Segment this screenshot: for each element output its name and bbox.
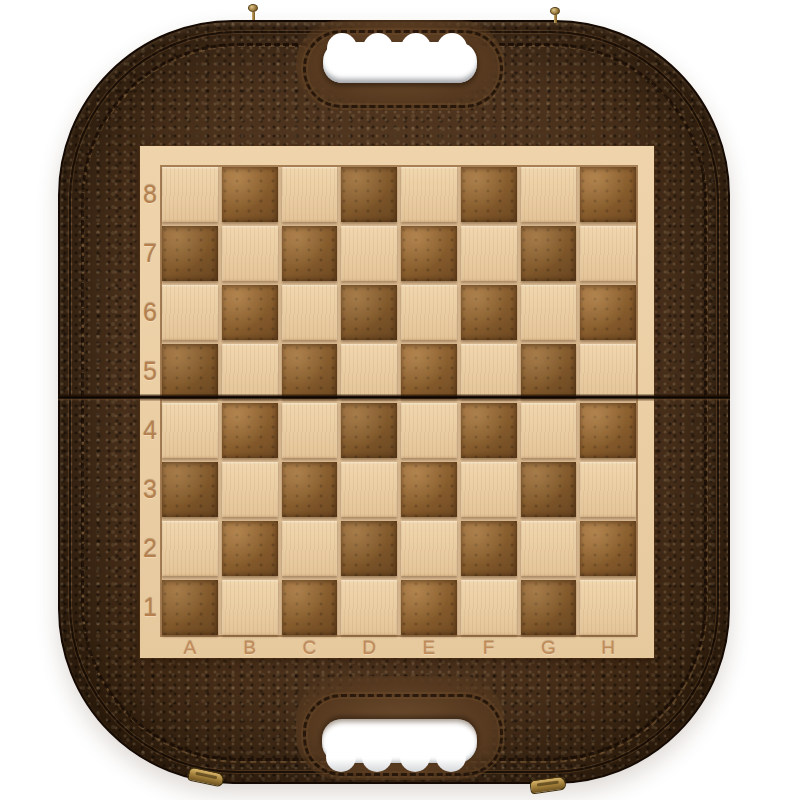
square-h2 xyxy=(580,521,636,576)
square-a5 xyxy=(162,344,218,399)
grip-scallop xyxy=(327,33,357,63)
rank-label-8: 8 xyxy=(140,165,160,224)
file-label-a: A xyxy=(160,637,220,658)
square-e2 xyxy=(401,521,457,576)
square-a4 xyxy=(162,403,218,458)
square-e6 xyxy=(401,285,457,340)
square-d1 xyxy=(341,580,397,635)
square-g8 xyxy=(521,167,577,222)
square-b4 xyxy=(222,403,278,458)
square-h3 xyxy=(580,462,636,517)
rank-label-1: 1 xyxy=(140,578,160,637)
square-e1 xyxy=(401,580,457,635)
file-label-d: D xyxy=(339,637,399,658)
file-label-g: G xyxy=(519,637,579,658)
rank-labels: 87654321 xyxy=(140,165,160,637)
square-d6 xyxy=(341,285,397,340)
square-f7 xyxy=(461,226,517,281)
square-b7 xyxy=(222,226,278,281)
hinge-pin-left xyxy=(248,4,258,12)
square-f8 xyxy=(461,167,517,222)
square-c2 xyxy=(282,521,338,576)
file-label-b: B xyxy=(220,637,280,658)
square-h8 xyxy=(580,167,636,222)
grip-scallop xyxy=(437,33,467,63)
file-label-f: F xyxy=(459,637,519,658)
file-label-c: C xyxy=(280,637,340,658)
square-d5 xyxy=(341,344,397,399)
square-a6 xyxy=(162,285,218,340)
square-b8 xyxy=(222,167,278,222)
rank-label-6: 6 xyxy=(140,283,160,342)
grip-scallop xyxy=(326,742,356,772)
square-f2 xyxy=(461,521,517,576)
grip-scallop xyxy=(363,33,393,63)
square-h4 xyxy=(580,403,636,458)
file-label-e: E xyxy=(399,637,459,658)
square-e7 xyxy=(401,226,457,281)
square-d8 xyxy=(341,167,397,222)
square-b2 xyxy=(222,521,278,576)
file-labels: ABCDEFGH xyxy=(160,637,638,658)
grip-scallop xyxy=(401,33,431,63)
square-h1 xyxy=(580,580,636,635)
bottom-handle-cutout xyxy=(322,719,477,763)
square-g4 xyxy=(521,403,577,458)
square-g2 xyxy=(521,521,577,576)
square-f4 xyxy=(461,403,517,458)
square-h7 xyxy=(580,226,636,281)
grip-scallop xyxy=(400,742,430,772)
square-g7 xyxy=(521,226,577,281)
square-h5 xyxy=(580,344,636,399)
grip-scallop xyxy=(362,742,392,772)
square-c3 xyxy=(282,462,338,517)
file-label-h: H xyxy=(578,637,638,658)
rank-label-3: 3 xyxy=(140,460,160,519)
square-d3 xyxy=(341,462,397,517)
square-a7 xyxy=(162,226,218,281)
top-handle-cutout xyxy=(323,42,477,83)
square-f6 xyxy=(461,285,517,340)
square-g1 xyxy=(521,580,577,635)
square-g3 xyxy=(521,462,577,517)
product-photo: 87654321 ABCDEFGH xyxy=(0,0,800,800)
square-c8 xyxy=(282,167,338,222)
square-h6 xyxy=(580,285,636,340)
square-c1 xyxy=(282,580,338,635)
rank-label-5: 5 xyxy=(140,342,160,401)
square-f3 xyxy=(461,462,517,517)
square-g5 xyxy=(521,344,577,399)
hinge-pin-right xyxy=(550,7,560,15)
square-c6 xyxy=(282,285,338,340)
rank-label-7: 7 xyxy=(140,224,160,283)
square-a8 xyxy=(162,167,218,222)
square-a3 xyxy=(162,462,218,517)
square-a2 xyxy=(162,521,218,576)
square-c5 xyxy=(282,344,338,399)
square-e5 xyxy=(401,344,457,399)
square-d4 xyxy=(341,403,397,458)
square-c7 xyxy=(282,226,338,281)
rank-label-2: 2 xyxy=(140,519,160,578)
square-e3 xyxy=(401,462,457,517)
square-b1 xyxy=(222,580,278,635)
square-f5 xyxy=(461,344,517,399)
square-e4 xyxy=(401,403,457,458)
square-b3 xyxy=(222,462,278,517)
square-a1 xyxy=(162,580,218,635)
square-b5 xyxy=(222,344,278,399)
square-e8 xyxy=(401,167,457,222)
fold-seam xyxy=(58,394,730,401)
square-b6 xyxy=(222,285,278,340)
grip-scallop xyxy=(436,742,466,772)
chess-board: 87654321 ABCDEFGH xyxy=(140,146,654,658)
square-d2 xyxy=(341,521,397,576)
square-g6 xyxy=(521,285,577,340)
rank-label-4: 4 xyxy=(140,401,160,460)
square-f1 xyxy=(461,580,517,635)
square-c4 xyxy=(282,403,338,458)
board-grid xyxy=(160,165,638,637)
square-d7 xyxy=(341,226,397,281)
